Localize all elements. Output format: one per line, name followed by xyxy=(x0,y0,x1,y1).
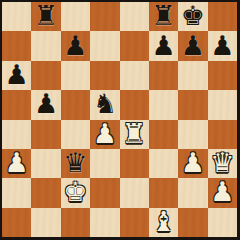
square-c5[interactable] xyxy=(61,90,90,119)
square-h2[interactable]: ♟ xyxy=(208,178,237,207)
square-d3[interactable] xyxy=(90,149,119,178)
piece-black-knight[interactable]: ♞ xyxy=(93,90,117,117)
square-b3[interactable] xyxy=(31,149,60,178)
square-g3[interactable]: ♟ xyxy=(178,149,207,178)
square-h3[interactable]: ♛ xyxy=(208,149,237,178)
square-g8[interactable]: ♚ xyxy=(178,2,207,31)
square-c6[interactable] xyxy=(61,61,90,90)
piece-black-pawn[interactable]: ♟ xyxy=(5,61,29,88)
square-d8[interactable] xyxy=(90,2,119,31)
square-h5[interactable] xyxy=(208,90,237,119)
piece-black-king[interactable]: ♚ xyxy=(181,2,205,29)
square-h1[interactable] xyxy=(208,208,237,237)
square-a7[interactable] xyxy=(2,31,31,60)
piece-black-pawn[interactable]: ♟ xyxy=(151,32,175,59)
square-f4[interactable] xyxy=(149,120,178,149)
square-h8[interactable] xyxy=(208,2,237,31)
square-a1[interactable] xyxy=(2,208,31,237)
square-a2[interactable] xyxy=(2,178,31,207)
piece-white-rook[interactable]: ♜ xyxy=(122,120,146,147)
piece-white-pawn[interactable]: ♟ xyxy=(93,120,117,147)
square-b6[interactable] xyxy=(31,61,60,90)
chess-board: ♜♜♚♟♟♟♟♟♟♞♟♜♟♛♟♛♚♟♝ xyxy=(2,2,237,237)
square-f3[interactable] xyxy=(149,149,178,178)
piece-white-pawn[interactable]: ♟ xyxy=(210,178,234,205)
square-g1[interactable] xyxy=(178,208,207,237)
piece-white-king[interactable]: ♚ xyxy=(63,178,87,205)
square-d1[interactable] xyxy=(90,208,119,237)
piece-black-queen[interactable]: ♛ xyxy=(63,149,87,176)
square-e6[interactable] xyxy=(120,61,149,90)
piece-black-rook[interactable]: ♜ xyxy=(34,2,58,29)
square-b5[interactable]: ♟ xyxy=(31,90,60,119)
square-e2[interactable] xyxy=(120,178,149,207)
square-f7[interactable]: ♟ xyxy=(149,31,178,60)
piece-white-pawn[interactable]: ♟ xyxy=(181,149,205,176)
square-c3[interactable]: ♛ xyxy=(61,149,90,178)
square-b4[interactable] xyxy=(31,120,60,149)
square-b2[interactable] xyxy=(31,178,60,207)
square-e1[interactable] xyxy=(120,208,149,237)
piece-black-pawn[interactable]: ♟ xyxy=(34,90,58,117)
square-e7[interactable] xyxy=(120,31,149,60)
square-g4[interactable] xyxy=(178,120,207,149)
square-b8[interactable]: ♜ xyxy=(31,2,60,31)
square-g7[interactable]: ♟ xyxy=(178,31,207,60)
square-d5[interactable]: ♞ xyxy=(90,90,119,119)
square-b7[interactable] xyxy=(31,31,60,60)
square-a3[interactable]: ♟ xyxy=(2,149,31,178)
square-c8[interactable] xyxy=(61,2,90,31)
square-d6[interactable] xyxy=(90,61,119,90)
piece-black-rook[interactable]: ♜ xyxy=(151,2,175,29)
square-f6[interactable] xyxy=(149,61,178,90)
square-b1[interactable] xyxy=(31,208,60,237)
square-e8[interactable] xyxy=(120,2,149,31)
square-d2[interactable] xyxy=(90,178,119,207)
square-f1[interactable]: ♝ xyxy=(149,208,178,237)
square-f5[interactable] xyxy=(149,90,178,119)
square-h4[interactable] xyxy=(208,120,237,149)
square-g5[interactable] xyxy=(178,90,207,119)
square-e3[interactable] xyxy=(120,149,149,178)
square-d4[interactable]: ♟ xyxy=(90,120,119,149)
piece-white-bishop[interactable]: ♝ xyxy=(151,208,175,235)
piece-black-pawn[interactable]: ♟ xyxy=(181,32,205,59)
square-g6[interactable] xyxy=(178,61,207,90)
square-c2[interactable]: ♚ xyxy=(61,178,90,207)
square-a6[interactable]: ♟ xyxy=(2,61,31,90)
square-e4[interactable]: ♜ xyxy=(120,120,149,149)
square-c4[interactable] xyxy=(61,120,90,149)
square-h7[interactable]: ♟ xyxy=(208,31,237,60)
square-h6[interactable] xyxy=(208,61,237,90)
square-f2[interactable] xyxy=(149,178,178,207)
piece-black-pawn[interactable]: ♟ xyxy=(63,32,87,59)
square-a8[interactable] xyxy=(2,2,31,31)
piece-white-queen[interactable]: ♛ xyxy=(210,149,234,176)
square-e5[interactable] xyxy=(120,90,149,119)
square-a4[interactable] xyxy=(2,120,31,149)
chess-board-frame: ♜♜♚♟♟♟♟♟♟♞♟♜♟♛♟♛♚♟♝ xyxy=(0,0,240,240)
square-g2[interactable] xyxy=(178,178,207,207)
piece-white-pawn[interactable]: ♟ xyxy=(5,149,29,176)
square-a5[interactable] xyxy=(2,90,31,119)
square-f8[interactable]: ♜ xyxy=(149,2,178,31)
square-c1[interactable] xyxy=(61,208,90,237)
piece-black-pawn[interactable]: ♟ xyxy=(210,32,234,59)
square-c7[interactable]: ♟ xyxy=(61,31,90,60)
square-d7[interactable] xyxy=(90,31,119,60)
